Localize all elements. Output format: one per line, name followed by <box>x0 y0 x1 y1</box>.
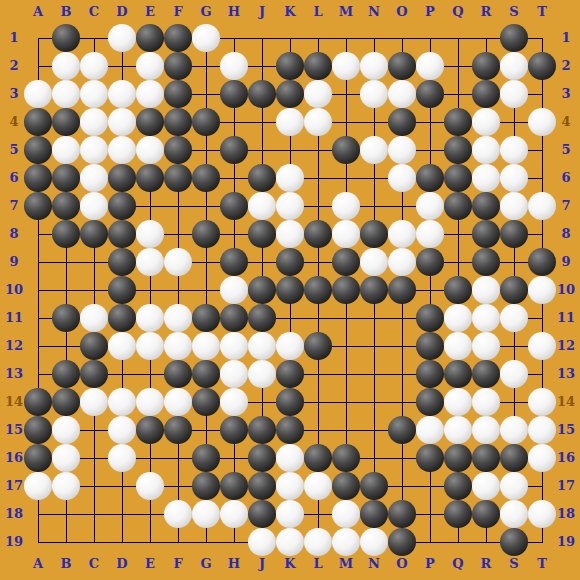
black-stone <box>108 248 136 276</box>
white-stone <box>388 80 416 108</box>
black-stone <box>164 136 192 164</box>
white-stone <box>304 528 332 556</box>
white-stone <box>52 444 80 472</box>
white-stone <box>444 388 472 416</box>
row-label: 2 <box>553 58 579 74</box>
row-label: 1 <box>553 30 579 46</box>
white-stone <box>444 416 472 444</box>
white-stone <box>472 164 500 192</box>
white-stone <box>136 80 164 108</box>
column-label: N <box>364 4 384 20</box>
column-label: N <box>364 556 384 572</box>
black-stone <box>108 276 136 304</box>
white-stone <box>52 52 80 80</box>
black-stone <box>80 332 108 360</box>
black-stone <box>24 388 52 416</box>
column-label: O <box>392 556 412 572</box>
row-label: 11 <box>1 310 27 326</box>
white-stone <box>388 220 416 248</box>
white-stone <box>528 416 556 444</box>
white-stone <box>80 164 108 192</box>
white-stone <box>360 52 388 80</box>
black-stone <box>472 248 500 276</box>
white-stone <box>80 388 108 416</box>
black-stone <box>332 472 360 500</box>
row-label: 1 <box>1 30 27 46</box>
column-label: B <box>56 556 76 572</box>
row-label: 19 <box>1 534 27 550</box>
white-stone <box>388 164 416 192</box>
black-stone <box>192 108 220 136</box>
column-label: S <box>504 556 524 572</box>
column-label: Q <box>448 4 468 20</box>
white-stone <box>164 388 192 416</box>
black-stone <box>220 248 248 276</box>
black-stone <box>164 416 192 444</box>
black-stone <box>52 360 80 388</box>
white-stone <box>80 136 108 164</box>
row-label: 11 <box>553 310 579 326</box>
black-stone <box>248 472 276 500</box>
white-stone <box>528 108 556 136</box>
white-stone <box>108 444 136 472</box>
black-stone <box>108 164 136 192</box>
white-stone <box>276 332 304 360</box>
black-stone <box>472 360 500 388</box>
white-stone <box>52 416 80 444</box>
black-stone <box>500 528 528 556</box>
white-stone <box>528 388 556 416</box>
column-label: T <box>532 4 552 20</box>
black-stone <box>52 388 80 416</box>
white-stone <box>304 472 332 500</box>
black-stone <box>220 304 248 332</box>
black-stone <box>192 304 220 332</box>
column-label: P <box>420 4 440 20</box>
black-stone <box>52 108 80 136</box>
white-stone <box>472 388 500 416</box>
black-stone <box>472 500 500 528</box>
white-stone <box>108 388 136 416</box>
row-label: 18 <box>553 506 579 522</box>
white-stone <box>500 52 528 80</box>
black-stone <box>416 304 444 332</box>
white-stone <box>444 304 472 332</box>
column-label: C <box>84 556 104 572</box>
column-label: P <box>420 556 440 572</box>
black-stone <box>220 192 248 220</box>
row-label: 18 <box>1 506 27 522</box>
column-label: T <box>532 556 552 572</box>
white-stone <box>528 500 556 528</box>
white-stone <box>164 304 192 332</box>
black-stone <box>304 332 332 360</box>
black-stone <box>500 444 528 472</box>
black-stone <box>220 80 248 108</box>
black-stone <box>276 248 304 276</box>
black-stone <box>248 500 276 528</box>
black-stone <box>52 304 80 332</box>
black-stone <box>276 360 304 388</box>
black-stone <box>444 136 472 164</box>
black-stone <box>192 360 220 388</box>
white-stone <box>276 472 304 500</box>
row-label: 9 <box>553 254 579 270</box>
column-label: F <box>168 556 188 572</box>
column-label: G <box>196 4 216 20</box>
black-stone <box>52 220 80 248</box>
black-stone <box>80 360 108 388</box>
row-label: 19 <box>553 534 579 550</box>
row-label: 14 <box>553 394 579 410</box>
black-stone <box>472 220 500 248</box>
black-stone <box>304 220 332 248</box>
white-stone <box>388 248 416 276</box>
black-stone <box>192 444 220 472</box>
white-stone <box>52 136 80 164</box>
black-stone <box>52 192 80 220</box>
black-stone <box>276 276 304 304</box>
black-stone <box>108 304 136 332</box>
white-stone <box>360 248 388 276</box>
white-stone <box>332 528 360 556</box>
white-stone <box>388 136 416 164</box>
white-stone <box>52 80 80 108</box>
white-stone <box>416 416 444 444</box>
black-stone <box>220 472 248 500</box>
row-label: 8 <box>553 226 579 242</box>
row-label: 13 <box>553 366 579 382</box>
white-stone <box>332 220 360 248</box>
black-stone <box>164 360 192 388</box>
black-stone <box>360 472 388 500</box>
white-stone <box>276 192 304 220</box>
white-stone <box>136 332 164 360</box>
black-stone <box>416 388 444 416</box>
white-stone <box>528 332 556 360</box>
black-stone <box>276 388 304 416</box>
column-label: E <box>140 4 160 20</box>
black-stone <box>136 108 164 136</box>
black-stone <box>276 416 304 444</box>
black-stone <box>220 136 248 164</box>
white-stone <box>136 472 164 500</box>
black-stone <box>388 528 416 556</box>
white-stone <box>416 52 444 80</box>
black-stone <box>108 220 136 248</box>
black-stone <box>192 220 220 248</box>
row-label: 5 <box>553 142 579 158</box>
black-stone <box>276 52 304 80</box>
white-stone <box>80 108 108 136</box>
black-stone <box>416 332 444 360</box>
white-stone <box>192 24 220 52</box>
white-stone <box>248 528 276 556</box>
black-stone <box>248 164 276 192</box>
white-stone <box>276 108 304 136</box>
column-label: M <box>336 556 356 572</box>
white-stone <box>472 304 500 332</box>
white-stone <box>276 444 304 472</box>
column-label: A <box>28 4 48 20</box>
white-stone <box>136 388 164 416</box>
black-stone <box>52 24 80 52</box>
black-stone <box>248 304 276 332</box>
column-label: B <box>56 4 76 20</box>
white-stone <box>500 192 528 220</box>
black-stone <box>360 500 388 528</box>
black-stone <box>500 220 528 248</box>
white-stone <box>136 52 164 80</box>
black-stone <box>276 80 304 108</box>
black-stone <box>248 220 276 248</box>
white-stone <box>444 332 472 360</box>
white-stone <box>248 332 276 360</box>
white-stone <box>500 500 528 528</box>
white-stone <box>24 472 52 500</box>
column-label: J <box>252 556 272 572</box>
row-label: 12 <box>1 338 27 354</box>
white-stone <box>136 248 164 276</box>
white-stone <box>304 108 332 136</box>
white-stone <box>136 304 164 332</box>
column-label: D <box>112 556 132 572</box>
black-stone <box>164 108 192 136</box>
black-stone <box>388 500 416 528</box>
white-stone <box>472 276 500 304</box>
black-stone <box>444 108 472 136</box>
black-stone <box>220 416 248 444</box>
white-stone <box>416 192 444 220</box>
black-stone <box>444 360 472 388</box>
column-label: C <box>84 4 104 20</box>
black-stone <box>332 444 360 472</box>
black-stone <box>248 276 276 304</box>
black-stone <box>108 192 136 220</box>
black-stone <box>164 52 192 80</box>
white-stone <box>164 500 192 528</box>
row-label: 2 <box>1 58 27 74</box>
black-stone <box>136 416 164 444</box>
white-stone <box>136 220 164 248</box>
white-stone <box>276 500 304 528</box>
black-stone <box>248 416 276 444</box>
white-stone <box>500 416 528 444</box>
black-stone <box>24 416 52 444</box>
white-stone <box>276 220 304 248</box>
black-stone <box>444 472 472 500</box>
black-stone <box>24 164 52 192</box>
black-stone <box>164 24 192 52</box>
column-label: O <box>392 4 412 20</box>
black-stone <box>416 248 444 276</box>
white-stone <box>108 136 136 164</box>
row-label: 17 <box>553 478 579 494</box>
white-stone <box>220 500 248 528</box>
white-stone <box>136 136 164 164</box>
row-label: 10 <box>553 282 579 298</box>
white-stone <box>500 136 528 164</box>
black-stone <box>388 52 416 80</box>
white-stone <box>276 164 304 192</box>
black-stone <box>416 360 444 388</box>
column-label: R <box>476 4 496 20</box>
black-stone <box>192 164 220 192</box>
white-stone <box>528 276 556 304</box>
black-stone <box>500 24 528 52</box>
white-stone <box>248 360 276 388</box>
white-stone <box>52 472 80 500</box>
white-stone <box>500 472 528 500</box>
black-stone <box>164 164 192 192</box>
white-stone <box>220 276 248 304</box>
white-stone <box>220 360 248 388</box>
white-stone <box>472 108 500 136</box>
black-stone <box>360 220 388 248</box>
black-stone <box>80 220 108 248</box>
row-label: 4 <box>553 114 579 130</box>
white-stone <box>360 528 388 556</box>
white-stone <box>164 248 192 276</box>
black-stone <box>304 52 332 80</box>
white-stone <box>192 500 220 528</box>
white-stone <box>108 332 136 360</box>
black-stone <box>444 500 472 528</box>
white-stone <box>108 24 136 52</box>
black-stone <box>332 136 360 164</box>
white-stone <box>248 192 276 220</box>
black-stone <box>500 276 528 304</box>
black-stone <box>24 108 52 136</box>
black-stone <box>192 472 220 500</box>
white-stone <box>472 472 500 500</box>
white-stone <box>108 416 136 444</box>
black-stone <box>416 80 444 108</box>
column-label: K <box>280 556 300 572</box>
column-label: A <box>28 556 48 572</box>
white-stone <box>220 332 248 360</box>
black-stone <box>416 164 444 192</box>
black-stone <box>136 164 164 192</box>
black-stone <box>444 192 472 220</box>
row-label: 7 <box>553 198 579 214</box>
white-stone <box>500 164 528 192</box>
black-stone <box>388 108 416 136</box>
black-stone <box>248 80 276 108</box>
white-stone <box>528 192 556 220</box>
column-label: Q <box>448 556 468 572</box>
black-stone <box>528 248 556 276</box>
white-stone <box>472 136 500 164</box>
column-label: M <box>336 4 356 20</box>
black-stone <box>304 444 332 472</box>
white-stone <box>108 108 136 136</box>
white-stone <box>220 388 248 416</box>
black-stone <box>444 164 472 192</box>
go-board[interactable]: AABBCCDDEEFFGGHHJJKKLLMMNNOOPPQQRRSSTT11… <box>0 0 580 580</box>
white-stone <box>360 136 388 164</box>
black-stone <box>472 192 500 220</box>
black-stone <box>388 276 416 304</box>
black-stone <box>332 276 360 304</box>
black-stone <box>248 444 276 472</box>
white-stone <box>276 528 304 556</box>
black-stone <box>444 444 472 472</box>
white-stone <box>24 80 52 108</box>
column-label: E <box>140 556 160 572</box>
white-stone <box>304 80 332 108</box>
white-stone <box>220 52 248 80</box>
column-label: D <box>112 4 132 20</box>
white-stone <box>360 80 388 108</box>
row-label: 12 <box>553 338 579 354</box>
white-stone <box>80 192 108 220</box>
column-label: L <box>308 556 328 572</box>
black-stone <box>24 136 52 164</box>
black-stone <box>192 388 220 416</box>
white-stone <box>472 416 500 444</box>
black-stone <box>164 80 192 108</box>
white-stone <box>500 304 528 332</box>
white-stone <box>332 500 360 528</box>
row-label: 3 <box>553 86 579 102</box>
white-stone <box>528 444 556 472</box>
row-label: 9 <box>1 254 27 270</box>
black-stone <box>528 52 556 80</box>
black-stone <box>52 164 80 192</box>
black-stone <box>360 276 388 304</box>
white-stone <box>500 80 528 108</box>
row-label: 13 <box>1 366 27 382</box>
column-label: G <box>196 556 216 572</box>
white-stone <box>80 52 108 80</box>
black-stone <box>472 444 500 472</box>
column-label: H <box>224 4 244 20</box>
column-label: J <box>252 4 272 20</box>
white-stone <box>108 80 136 108</box>
black-stone <box>136 24 164 52</box>
black-stone <box>388 416 416 444</box>
column-label: L <box>308 4 328 20</box>
row-label: 15 <box>553 422 579 438</box>
column-label: F <box>168 4 188 20</box>
black-stone <box>444 276 472 304</box>
white-stone <box>332 52 360 80</box>
black-stone <box>24 192 52 220</box>
white-stone <box>164 332 192 360</box>
row-label: 6 <box>553 170 579 186</box>
white-stone <box>500 360 528 388</box>
black-stone <box>332 248 360 276</box>
black-stone <box>472 80 500 108</box>
white-stone <box>192 332 220 360</box>
white-stone <box>416 220 444 248</box>
black-stone <box>416 444 444 472</box>
white-stone <box>80 304 108 332</box>
black-stone <box>472 52 500 80</box>
column-label: R <box>476 556 496 572</box>
row-label: 16 <box>553 450 579 466</box>
row-label: 8 <box>1 226 27 242</box>
column-label: K <box>280 4 300 20</box>
row-label: 10 <box>1 282 27 298</box>
column-label: S <box>504 4 524 20</box>
white-stone <box>472 332 500 360</box>
black-stone <box>24 444 52 472</box>
white-stone <box>332 192 360 220</box>
white-stone <box>80 80 108 108</box>
black-stone <box>304 276 332 304</box>
